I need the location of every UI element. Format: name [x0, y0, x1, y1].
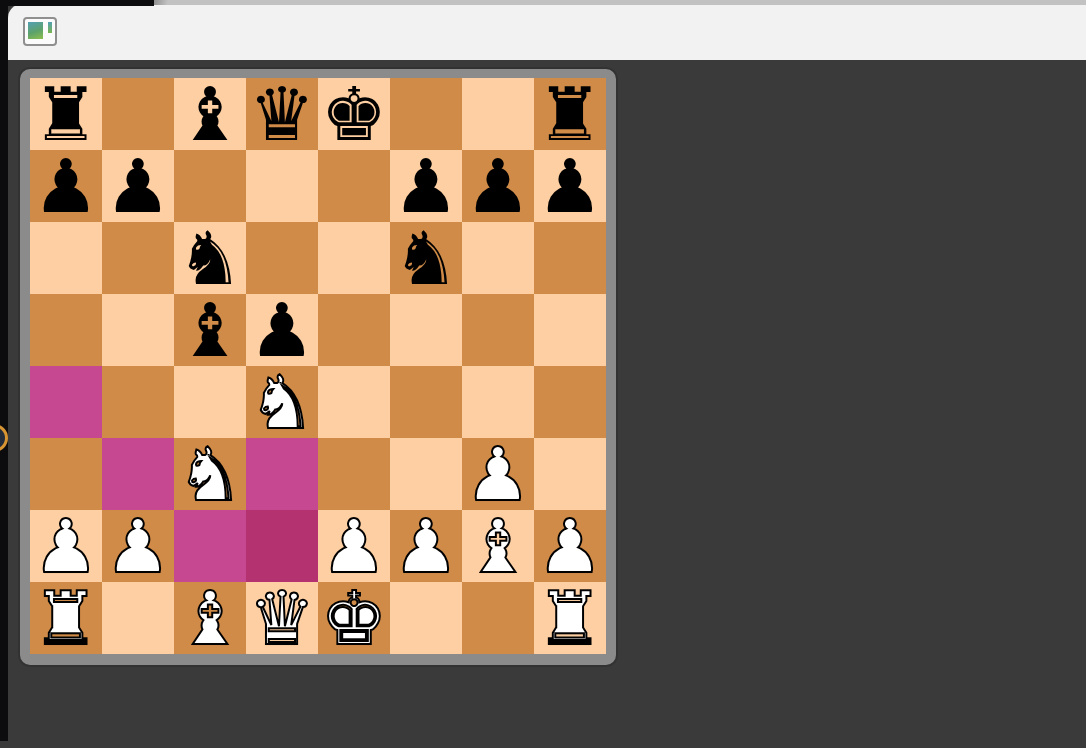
screenshot-app-icon[interactable]: [23, 17, 57, 46]
square-h5[interactable]: [534, 294, 606, 366]
piece-white-pawn[interactable]: ♟: [321, 510, 387, 582]
square-d4[interactable]: ♞: [246, 366, 318, 438]
piece-white-bishop[interactable]: ♝: [465, 510, 531, 582]
square-b6[interactable]: [102, 222, 174, 294]
square-b5[interactable]: [102, 294, 174, 366]
square-b4[interactable]: [102, 366, 174, 438]
square-b7[interactable]: ♟: [102, 150, 174, 222]
square-d7[interactable]: [246, 150, 318, 222]
square-a6[interactable]: [30, 222, 102, 294]
piece-black-rook[interactable]: ♜: [33, 78, 99, 150]
square-b8[interactable]: [102, 78, 174, 150]
square-d3[interactable]: [246, 438, 318, 510]
square-g3[interactable]: ♟: [462, 438, 534, 510]
square-g6[interactable]: [462, 222, 534, 294]
square-d5[interactable]: ♟: [246, 294, 318, 366]
square-g1[interactable]: [462, 582, 534, 654]
window-titlebar[interactable]: [8, 4, 1086, 60]
square-e4[interactable]: [318, 366, 390, 438]
piece-black-knight[interactable]: ♞: [177, 222, 243, 294]
piece-white-knight[interactable]: ♞: [249, 366, 315, 438]
square-f3[interactable]: [390, 438, 462, 510]
square-a5[interactable]: [30, 294, 102, 366]
square-e7[interactable]: [318, 150, 390, 222]
square-b1[interactable]: [102, 582, 174, 654]
square-c2[interactable]: [174, 510, 246, 582]
square-d1[interactable]: ♛: [246, 582, 318, 654]
screenshot-app-icon-bar: [48, 22, 52, 33]
piece-black-queen[interactable]: ♛: [249, 78, 315, 150]
piece-white-pawn[interactable]: ♟: [537, 510, 603, 582]
square-c8[interactable]: ♝: [174, 78, 246, 150]
square-c7[interactable]: [174, 150, 246, 222]
screen-edge-black-top-strip: [0, 0, 154, 6]
piece-black-pawn[interactable]: ♟: [105, 150, 171, 222]
piece-black-pawn[interactable]: ♟: [465, 150, 531, 222]
square-d2[interactable]: [246, 510, 318, 582]
square-f4[interactable]: [390, 366, 462, 438]
piece-white-rook[interactable]: ♜: [33, 582, 99, 654]
square-f8[interactable]: [390, 78, 462, 150]
piece-white-pawn[interactable]: ♟: [33, 510, 99, 582]
square-h7[interactable]: ♟: [534, 150, 606, 222]
square-b3[interactable]: [102, 438, 174, 510]
square-g4[interactable]: [462, 366, 534, 438]
square-a8[interactable]: ♜: [30, 78, 102, 150]
square-g7[interactable]: ♟: [462, 150, 534, 222]
piece-black-bishop[interactable]: ♝: [177, 78, 243, 150]
square-a1[interactable]: ♜: [30, 582, 102, 654]
square-g8[interactable]: [462, 78, 534, 150]
square-a4[interactable]: [30, 366, 102, 438]
square-f1[interactable]: [390, 582, 462, 654]
piece-white-king[interactable]: ♚: [321, 582, 387, 654]
square-c1[interactable]: ♝: [174, 582, 246, 654]
square-b2[interactable]: ♟: [102, 510, 174, 582]
piece-black-bishop[interactable]: ♝: [177, 294, 243, 366]
square-c3[interactable]: ♞: [174, 438, 246, 510]
square-e1[interactable]: ♚: [318, 582, 390, 654]
screenshot-app-icon-screen: [28, 22, 43, 39]
desktop-screen: ♜♝♛♚♜♟♟♟♟♟♞♞♝♟♞♞♟♟♟♟♟♝♟♜♝♛♚♜: [0, 0, 1086, 748]
screen-edge-black-strip: [0, 0, 8, 741]
piece-black-pawn[interactable]: ♟: [393, 150, 459, 222]
chess-board-frame: ♜♝♛♚♜♟♟♟♟♟♞♞♝♟♞♞♟♟♟♟♟♝♟♜♝♛♚♜: [20, 69, 616, 665]
square-f5[interactable]: [390, 294, 462, 366]
piece-white-pawn[interactable]: ♟: [465, 438, 531, 510]
square-f2[interactable]: ♟: [390, 510, 462, 582]
square-e8[interactable]: ♚: [318, 78, 390, 150]
piece-black-knight[interactable]: ♞: [393, 222, 459, 294]
piece-white-pawn[interactable]: ♟: [105, 510, 171, 582]
square-d6[interactable]: [246, 222, 318, 294]
piece-black-king[interactable]: ♚: [321, 78, 387, 150]
chess-board: ♜♝♛♚♜♟♟♟♟♟♞♞♝♟♞♞♟♟♟♟♟♝♟♜♝♛♚♜: [30, 78, 606, 654]
square-d8[interactable]: ♛: [246, 78, 318, 150]
square-f7[interactable]: ♟: [390, 150, 462, 222]
square-e6[interactable]: [318, 222, 390, 294]
square-h4[interactable]: [534, 366, 606, 438]
square-a3[interactable]: [30, 438, 102, 510]
piece-black-pawn[interactable]: ♟: [537, 150, 603, 222]
square-h1[interactable]: ♜: [534, 582, 606, 654]
square-a7[interactable]: ♟: [30, 150, 102, 222]
piece-white-pawn[interactable]: ♟: [393, 510, 459, 582]
piece-black-pawn[interactable]: ♟: [249, 294, 315, 366]
square-e5[interactable]: [318, 294, 390, 366]
piece-white-rook[interactable]: ♜: [537, 582, 603, 654]
piece-black-pawn[interactable]: ♟: [33, 150, 99, 222]
window-top-edge-strip: [154, 0, 1086, 5]
square-h6[interactable]: [534, 222, 606, 294]
square-a2[interactable]: ♟: [30, 510, 102, 582]
square-h8[interactable]: ♜: [534, 78, 606, 150]
piece-white-queen[interactable]: ♛: [249, 582, 315, 654]
square-c4[interactable]: [174, 366, 246, 438]
piece-white-knight[interactable]: ♞: [177, 438, 243, 510]
square-c5[interactable]: ♝: [174, 294, 246, 366]
piece-black-rook[interactable]: ♜: [537, 78, 603, 150]
square-e3[interactable]: [318, 438, 390, 510]
square-g5[interactable]: [462, 294, 534, 366]
square-g2[interactable]: ♝: [462, 510, 534, 582]
square-h3[interactable]: [534, 438, 606, 510]
square-e2[interactable]: ♟: [318, 510, 390, 582]
square-c6[interactable]: ♞: [174, 222, 246, 294]
square-h2[interactable]: ♟: [534, 510, 606, 582]
piece-white-bishop[interactable]: ♝: [177, 582, 243, 654]
square-f6[interactable]: ♞: [390, 222, 462, 294]
